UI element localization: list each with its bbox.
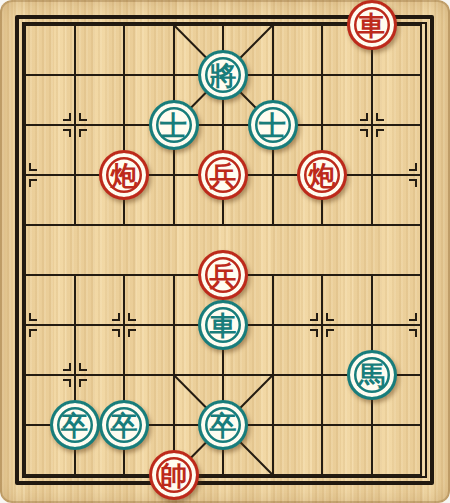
point-marker-bracket xyxy=(310,313,318,321)
piece-red-cannon[interactable]: 炮 xyxy=(297,150,347,200)
point-marker-bracket xyxy=(63,363,71,371)
point-marker-bracket xyxy=(310,329,318,337)
point-marker-bracket xyxy=(409,313,417,321)
piece-teal-advisor[interactable]: 士 xyxy=(248,100,298,150)
point-marker-bracket xyxy=(63,379,71,387)
point-marker-bracket xyxy=(409,329,417,337)
point-marker-bracket xyxy=(29,313,37,321)
point-marker-bracket xyxy=(29,163,37,171)
piece-teal-soldier[interactable]: 卒 xyxy=(50,400,100,450)
point-marker-bracket xyxy=(29,179,37,187)
piece-red-chariot[interactable]: 車 xyxy=(347,0,397,50)
point-marker-bracket xyxy=(112,329,120,337)
point-marker-bracket xyxy=(326,313,334,321)
piece-teal-soldier[interactable]: 卒 xyxy=(198,400,248,450)
point-marker-bracket xyxy=(326,329,334,337)
point-marker-bracket xyxy=(63,113,71,121)
xiangqi-board[interactable]: 車將士士炮兵炮兵車馬卒卒卒帥 xyxy=(0,0,450,503)
piece-teal-soldier[interactable]: 卒 xyxy=(99,400,149,450)
point-marker-bracket xyxy=(376,129,384,137)
point-marker-bracket xyxy=(128,329,136,337)
piece-teal-general[interactable]: 將 xyxy=(198,50,248,100)
point-marker-bracket xyxy=(376,113,384,121)
board-line xyxy=(371,24,373,226)
point-marker-bracket xyxy=(112,313,120,321)
piece-teal-horse[interactable]: 馬 xyxy=(347,350,397,400)
piece-red-soldier[interactable]: 兵 xyxy=(198,150,248,200)
board-line xyxy=(74,24,76,226)
point-marker-bracket xyxy=(360,129,368,137)
point-marker-bracket xyxy=(79,113,87,121)
point-marker-bracket xyxy=(29,329,37,337)
piece-red-soldier[interactable]: 兵 xyxy=(198,250,248,300)
board-line xyxy=(24,24,26,476)
board-line xyxy=(321,274,323,476)
point-marker-bracket xyxy=(409,163,417,171)
point-marker-bracket xyxy=(79,129,87,137)
piece-red-cannon[interactable]: 炮 xyxy=(99,150,149,200)
point-marker-bracket xyxy=(409,179,417,187)
point-marker-bracket xyxy=(128,313,136,321)
piece-teal-chariot[interactable]: 車 xyxy=(198,300,248,350)
point-marker-bracket xyxy=(79,363,87,371)
piece-red-general[interactable]: 帥 xyxy=(149,450,199,500)
point-marker-bracket xyxy=(360,113,368,121)
board-line xyxy=(420,24,422,476)
piece-teal-advisor[interactable]: 士 xyxy=(149,100,199,150)
point-marker-bracket xyxy=(63,129,71,137)
point-marker-bracket xyxy=(79,379,87,387)
